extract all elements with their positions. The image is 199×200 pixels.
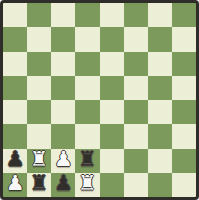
white-pawn-c2: ♟ <box>54 149 73 170</box>
square-e6[interactable] <box>100 52 124 76</box>
square-c6[interactable] <box>51 52 75 76</box>
square-b3[interactable] <box>27 124 51 148</box>
chess-board: ♟♜♟♜♟♜♟♜ <box>3 3 196 197</box>
square-g4[interactable] <box>148 100 172 124</box>
square-d6[interactable] <box>75 52 99 76</box>
square-h6[interactable] <box>172 52 196 76</box>
black-pawn-c1: ♟ <box>54 173 73 194</box>
square-e4[interactable] <box>100 100 124 124</box>
square-d7[interactable] <box>75 27 99 51</box>
square-f2[interactable] <box>124 149 148 173</box>
white-pawn-a1: ♟ <box>6 173 25 194</box>
square-d3[interactable] <box>75 124 99 148</box>
square-c2[interactable]: ♟ <box>51 149 75 173</box>
square-h5[interactable] <box>172 76 196 100</box>
square-c1[interactable]: ♟ <box>51 173 75 197</box>
black-rook-b1: ♜ <box>30 173 49 194</box>
square-a7[interactable] <box>3 27 27 51</box>
square-g8[interactable] <box>148 3 172 27</box>
square-f1[interactable] <box>124 173 148 197</box>
square-g2[interactable] <box>148 149 172 173</box>
square-a3[interactable] <box>3 124 27 148</box>
black-rook-d2: ♜ <box>78 149 97 170</box>
square-b7[interactable] <box>27 27 51 51</box>
square-b2[interactable]: ♜ <box>27 149 51 173</box>
square-b4[interactable] <box>27 100 51 124</box>
square-h7[interactable] <box>172 27 196 51</box>
square-h3[interactable] <box>172 124 196 148</box>
square-g3[interactable] <box>148 124 172 148</box>
square-e1[interactable] <box>100 173 124 197</box>
square-e5[interactable] <box>100 76 124 100</box>
square-d4[interactable] <box>75 100 99 124</box>
square-e8[interactable] <box>100 3 124 27</box>
square-h4[interactable] <box>172 100 196 124</box>
square-a6[interactable] <box>3 52 27 76</box>
square-f6[interactable] <box>124 52 148 76</box>
square-e7[interactable] <box>100 27 124 51</box>
square-b6[interactable] <box>27 52 51 76</box>
square-h2[interactable] <box>172 149 196 173</box>
square-e3[interactable] <box>100 124 124 148</box>
square-a8[interactable] <box>3 3 27 27</box>
chess-board-frame: ♟♜♟♜♟♜♟♜ <box>0 0 199 200</box>
square-g1[interactable] <box>148 173 172 197</box>
square-b5[interactable] <box>27 76 51 100</box>
square-a2[interactable]: ♟ <box>3 149 27 173</box>
square-c4[interactable] <box>51 100 75 124</box>
square-a1[interactable]: ♟ <box>3 173 27 197</box>
square-d8[interactable] <box>75 3 99 27</box>
square-g5[interactable] <box>148 76 172 100</box>
square-a4[interactable] <box>3 100 27 124</box>
square-f3[interactable] <box>124 124 148 148</box>
square-e2[interactable] <box>100 149 124 173</box>
square-a5[interactable] <box>3 76 27 100</box>
square-c3[interactable] <box>51 124 75 148</box>
square-c7[interactable] <box>51 27 75 51</box>
square-h8[interactable] <box>172 3 196 27</box>
square-b8[interactable] <box>27 3 51 27</box>
white-rook-b2: ♜ <box>30 149 49 170</box>
square-f5[interactable] <box>124 76 148 100</box>
square-d2[interactable]: ♜ <box>75 149 99 173</box>
square-f7[interactable] <box>124 27 148 51</box>
square-f8[interactable] <box>124 3 148 27</box>
square-h1[interactable] <box>172 173 196 197</box>
white-rook-d1: ♜ <box>78 173 97 194</box>
square-f4[interactable] <box>124 100 148 124</box>
square-g6[interactable] <box>148 52 172 76</box>
black-pawn-a2: ♟ <box>6 149 25 170</box>
square-d1[interactable]: ♜ <box>75 173 99 197</box>
square-d5[interactable] <box>75 76 99 100</box>
square-c5[interactable] <box>51 76 75 100</box>
square-b1[interactable]: ♜ <box>27 173 51 197</box>
square-c8[interactable] <box>51 3 75 27</box>
square-g7[interactable] <box>148 27 172 51</box>
